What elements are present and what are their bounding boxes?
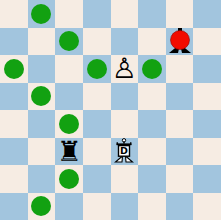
square-g7[interactable] — [166, 28, 194, 56]
square-c1[interactable] — [55, 193, 83, 221]
chess-board: ♙♜D — [0, 0, 221, 220]
square-e2[interactable] — [111, 165, 139, 193]
square-a3[interactable] — [0, 138, 28, 166]
square-a7[interactable] — [0, 28, 28, 56]
square-e3[interactable]: D — [111, 138, 139, 166]
move-dot[interactable] — [142, 59, 162, 79]
square-e7[interactable] — [111, 28, 139, 56]
square-d5[interactable] — [83, 83, 111, 111]
white-pawn[interactable]: ♙ — [112, 55, 137, 82]
square-f8[interactable] — [138, 0, 166, 28]
square-f3[interactable] — [138, 138, 166, 166]
white-dabbaba-piece[interactable]: D — [112, 138, 136, 165]
square-a6[interactable] — [0, 55, 28, 83]
square-h4[interactable] — [193, 110, 221, 138]
move-dot[interactable] — [87, 59, 107, 79]
square-h1[interactable] — [193, 193, 221, 221]
square-b8[interactable] — [28, 0, 56, 28]
square-d2[interactable] — [83, 165, 111, 193]
square-g2[interactable] — [166, 165, 194, 193]
square-f4[interactable] — [138, 110, 166, 138]
black-rook[interactable]: ♜ — [57, 138, 82, 165]
square-f5[interactable] — [138, 83, 166, 111]
square-a1[interactable] — [0, 193, 28, 221]
square-c4[interactable] — [55, 110, 83, 138]
move-dot[interactable] — [59, 31, 79, 51]
square-d3[interactable] — [83, 138, 111, 166]
move-dot[interactable] — [31, 4, 51, 24]
red-ball-piece-icon — [168, 28, 192, 54]
square-d6[interactable] — [83, 55, 111, 83]
square-d1[interactable] — [83, 193, 111, 221]
square-c3[interactable]: ♜ — [55, 138, 83, 166]
square-d8[interactable] — [83, 0, 111, 28]
square-f6[interactable] — [138, 55, 166, 83]
square-g5[interactable] — [166, 83, 194, 111]
square-g4[interactable] — [166, 110, 194, 138]
square-a5[interactable] — [0, 83, 28, 111]
square-g1[interactable] — [166, 193, 194, 221]
square-h3[interactable] — [193, 138, 221, 166]
square-c7[interactable] — [55, 28, 83, 56]
square-c2[interactable] — [55, 165, 83, 193]
square-e6[interactable]: ♙ — [111, 55, 139, 83]
square-g3[interactable] — [166, 138, 194, 166]
square-e1[interactable] — [111, 193, 139, 221]
square-b7[interactable] — [28, 28, 56, 56]
square-h7[interactable] — [193, 28, 221, 56]
square-g8[interactable] — [166, 0, 194, 28]
move-dot[interactable] — [59, 169, 79, 189]
square-c6[interactable] — [55, 55, 83, 83]
svg-text:D: D — [120, 145, 128, 156]
square-f7[interactable] — [138, 28, 166, 56]
move-dot[interactable] — [4, 59, 24, 79]
square-a2[interactable] — [0, 165, 28, 193]
square-f1[interactable] — [138, 193, 166, 221]
move-dot[interactable] — [31, 196, 51, 216]
square-e8[interactable] — [111, 0, 139, 28]
square-g6[interactable] — [166, 55, 194, 83]
square-b5[interactable] — [28, 83, 56, 111]
square-e4[interactable] — [111, 110, 139, 138]
move-dot[interactable] — [31, 86, 51, 106]
square-b2[interactable] — [28, 165, 56, 193]
square-h8[interactable] — [193, 0, 221, 28]
square-b3[interactable] — [28, 138, 56, 166]
square-b1[interactable] — [28, 193, 56, 221]
move-dot[interactable] — [59, 114, 79, 134]
square-b6[interactable] — [28, 55, 56, 83]
square-c8[interactable] — [55, 0, 83, 28]
square-d4[interactable] — [83, 110, 111, 138]
square-a4[interactable] — [0, 110, 28, 138]
square-h2[interactable] — [193, 165, 221, 193]
square-h6[interactable] — [193, 55, 221, 83]
dabbaba-piece-icon: D — [112, 138, 136, 165]
red-ball-piece[interactable] — [168, 28, 192, 54]
square-d7[interactable] — [83, 28, 111, 56]
square-f2[interactable] — [138, 165, 166, 193]
square-c5[interactable] — [55, 83, 83, 111]
square-h5[interactable] — [193, 83, 221, 111]
square-a8[interactable] — [0, 0, 28, 28]
square-b4[interactable] — [28, 110, 56, 138]
square-e5[interactable] — [111, 83, 139, 111]
